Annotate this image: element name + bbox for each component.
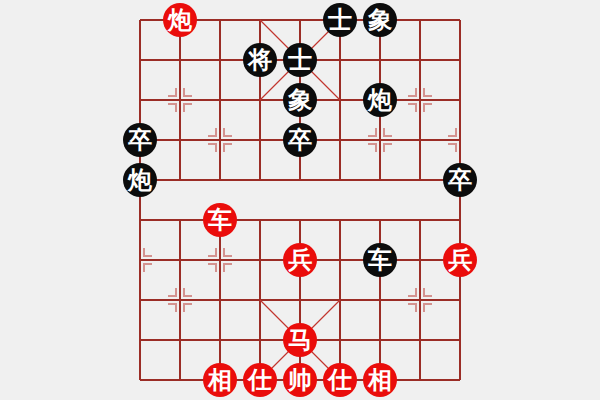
piece-glyph: 兵 [443, 243, 477, 277]
piece-red-chariot[interactable]: 车 [200, 200, 240, 240]
piece-black-elephant[interactable]: 象 [360, 0, 400, 40]
piece-glyph: 炮 [363, 83, 397, 117]
piece-glyph: 卒 [123, 123, 157, 157]
piece-red-general[interactable]: 帅 [280, 360, 320, 400]
piece-black-cannon[interactable]: 炮 [360, 80, 400, 120]
piece-black-advisor[interactable]: 士 [280, 40, 320, 80]
piece-red-advisor[interactable]: 仕 [320, 360, 360, 400]
piece-glyph: 士 [283, 43, 317, 77]
piece-glyph: 马 [283, 323, 317, 357]
piece-black-soldier[interactable]: 卒 [440, 160, 480, 200]
piece-red-elephant[interactable]: 相 [360, 360, 400, 400]
piece-glyph: 卒 [283, 123, 317, 157]
piece-glyph: 帅 [283, 363, 317, 397]
piece-red-elephant[interactable]: 相 [200, 360, 240, 400]
piece-red-soldier[interactable]: 兵 [280, 240, 320, 280]
piece-red-horse[interactable]: 马 [280, 320, 320, 360]
piece-black-elephant[interactable]: 象 [280, 80, 320, 120]
piece-red-advisor[interactable]: 仕 [240, 360, 280, 400]
piece-red-cannon[interactable]: 炮 [160, 0, 200, 40]
piece-glyph: 象 [283, 83, 317, 117]
piece-glyph: 象 [363, 3, 397, 37]
piece-black-chariot[interactable]: 车 [360, 240, 400, 280]
xiangqi-diagram: 炮士象将士象炮卒卒炮卒车兵车兵马相仕帅仕相 [0, 0, 600, 400]
piece-glyph: 将 [243, 43, 277, 77]
piece-glyph: 相 [203, 363, 237, 397]
piece-glyph: 卒 [443, 163, 477, 197]
piece-black-cannon[interactable]: 炮 [120, 160, 160, 200]
piece-black-general[interactable]: 将 [240, 40, 280, 80]
piece-glyph: 仕 [323, 363, 357, 397]
piece-glyph: 相 [363, 363, 397, 397]
piece-black-soldier[interactable]: 卒 [280, 120, 320, 160]
piece-black-advisor[interactable]: 士 [320, 0, 360, 40]
piece-glyph: 仕 [243, 363, 277, 397]
piece-glyph: 车 [363, 243, 397, 277]
piece-glyph: 炮 [163, 3, 197, 37]
piece-glyph: 车 [203, 203, 237, 237]
piece-black-soldier[interactable]: 卒 [120, 120, 160, 160]
pieces-grid: 炮士象将士象炮卒卒炮卒车兵车兵马相仕帅仕相 [120, 0, 480, 400]
piece-glyph: 士 [323, 3, 357, 37]
piece-glyph: 兵 [283, 243, 317, 277]
piece-red-soldier[interactable]: 兵 [440, 240, 480, 280]
piece-glyph: 炮 [123, 163, 157, 197]
